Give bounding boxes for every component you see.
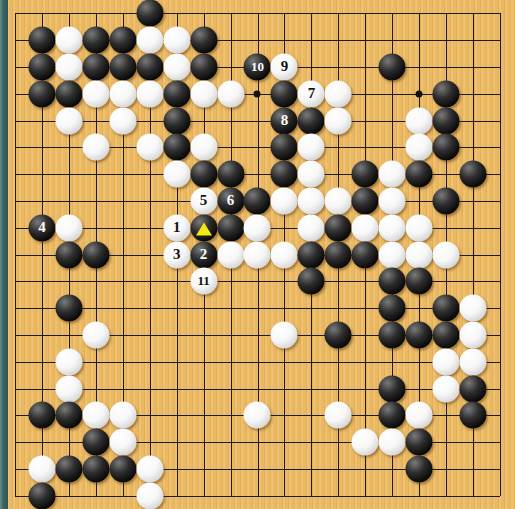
black-stone [433, 80, 460, 107]
move-number-label: 4 [38, 220, 46, 235]
move-number-label: 1 [173, 220, 181, 235]
black-stone [406, 322, 433, 349]
black-stone [28, 27, 55, 54]
white-stone [271, 241, 298, 268]
black-stone [190, 27, 217, 54]
black-stone [406, 268, 433, 295]
black-stone [55, 456, 82, 483]
black-stone [298, 268, 325, 295]
white-stone [298, 214, 325, 241]
move-number-label: 3 [173, 247, 181, 262]
white-stone [109, 80, 136, 107]
black-stone [28, 80, 55, 107]
black-stone [325, 214, 352, 241]
black-stone [28, 54, 55, 81]
black-stone [433, 295, 460, 322]
grid-line-vertical [500, 13, 501, 495]
white-stone [190, 80, 217, 107]
black-stone [163, 134, 190, 161]
white-stone [28, 456, 55, 483]
move-number-label: 8 [281, 113, 289, 128]
white-stone [163, 161, 190, 188]
black-stone [190, 54, 217, 81]
black-stone [298, 107, 325, 134]
grid-line-horizontal [15, 496, 500, 497]
white-stone [298, 161, 325, 188]
black-stone [244, 188, 271, 215]
black-stone [433, 188, 460, 215]
black-stone [325, 322, 352, 349]
grid-line-vertical [15, 13, 16, 495]
white-stone [217, 80, 244, 107]
white-stone [82, 402, 109, 429]
move-number-label: 11 [197, 275, 209, 288]
move-number-label: 6 [227, 193, 235, 208]
white-stone [82, 322, 109, 349]
black-stone [163, 80, 190, 107]
black-stone [217, 214, 244, 241]
black-stone [352, 188, 379, 215]
white-stone [55, 107, 82, 134]
white-stone [325, 188, 352, 215]
black-stone [55, 295, 82, 322]
hoshi-point [416, 90, 423, 97]
white-stone [406, 134, 433, 161]
white-stone [136, 134, 163, 161]
white-stone [298, 134, 325, 161]
white-stone [298, 188, 325, 215]
white-stone [244, 402, 271, 429]
white-stone [109, 429, 136, 456]
white-stone [109, 107, 136, 134]
white-stone [217, 241, 244, 268]
white-stone [55, 348, 82, 375]
black-stone [28, 402, 55, 429]
white-stone [244, 214, 271, 241]
hoshi-point [254, 90, 261, 97]
white-stone [109, 402, 136, 429]
white-stone [352, 429, 379, 456]
black-stone [379, 295, 406, 322]
white-stone [136, 27, 163, 54]
black-stone [298, 241, 325, 268]
black-stone [460, 161, 487, 188]
move-number-label: 2 [200, 247, 208, 262]
go-board[interactable]: 1234567891011 [0, 0, 515, 509]
white-stone [379, 188, 406, 215]
white-stone [271, 322, 298, 349]
black-stone [325, 241, 352, 268]
white-stone [460, 348, 487, 375]
white-stone [406, 241, 433, 268]
black-stone [379, 268, 406, 295]
white-stone [406, 402, 433, 429]
black-stone [109, 54, 136, 81]
black-stone [190, 161, 217, 188]
black-stone [271, 134, 298, 161]
black-stone [55, 241, 82, 268]
white-stone [82, 134, 109, 161]
black-stone [460, 402, 487, 429]
white-stone [163, 27, 190, 54]
black-stone [433, 322, 460, 349]
white-stone [433, 375, 460, 402]
black-stone [82, 54, 109, 81]
black-stone [55, 402, 82, 429]
move-number-label: 10 [251, 60, 264, 73]
white-stone [325, 80, 352, 107]
black-stone [433, 134, 460, 161]
white-stone [136, 482, 163, 509]
white-stone [460, 295, 487, 322]
black-stone [379, 322, 406, 349]
black-stone [379, 402, 406, 429]
white-stone [271, 188, 298, 215]
black-stone [406, 161, 433, 188]
black-stone [136, 0, 163, 27]
black-stone [271, 161, 298, 188]
black-stone [109, 27, 136, 54]
black-stone [109, 456, 136, 483]
white-stone [136, 80, 163, 107]
black-stone [28, 482, 55, 509]
white-stone [55, 214, 82, 241]
triangle-marker-icon [196, 222, 212, 235]
window-edge-strip [0, 0, 8, 509]
white-stone [325, 402, 352, 429]
white-stone [163, 54, 190, 81]
black-stone [82, 456, 109, 483]
black-stone [271, 80, 298, 107]
white-stone [460, 322, 487, 349]
black-stone [163, 107, 190, 134]
white-stone [379, 429, 406, 456]
white-stone [244, 241, 271, 268]
white-stone [55, 27, 82, 54]
black-stone [82, 27, 109, 54]
move-number-label: 7 [308, 86, 316, 101]
white-stone [325, 107, 352, 134]
white-stone [406, 214, 433, 241]
go-diagram-screen: 1234567891011 [0, 0, 515, 509]
white-stone [55, 375, 82, 402]
black-stone [406, 429, 433, 456]
white-stone [433, 241, 460, 268]
white-stone [55, 54, 82, 81]
white-stone [379, 161, 406, 188]
black-stone [352, 241, 379, 268]
black-stone [136, 54, 163, 81]
white-stone [406, 107, 433, 134]
white-stone [136, 456, 163, 483]
white-stone [352, 214, 379, 241]
black-stone [379, 375, 406, 402]
black-stone [406, 456, 433, 483]
black-stone [460, 375, 487, 402]
black-stone [217, 161, 244, 188]
black-stone [82, 241, 109, 268]
black-stone [433, 107, 460, 134]
move-number-label: 5 [200, 193, 208, 208]
black-stone [352, 161, 379, 188]
black-stone [379, 54, 406, 81]
white-stone [82, 80, 109, 107]
white-stone [433, 348, 460, 375]
white-stone [379, 241, 406, 268]
move-number-label: 9 [281, 59, 289, 74]
white-stone [379, 214, 406, 241]
white-stone [190, 134, 217, 161]
black-stone [82, 429, 109, 456]
black-stone [55, 80, 82, 107]
